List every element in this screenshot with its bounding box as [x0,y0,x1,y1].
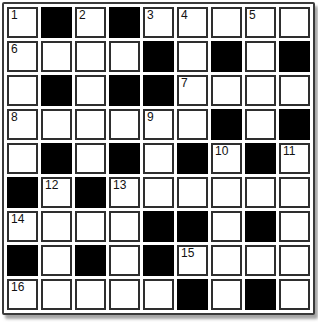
cell-r6c9[interactable] [279,177,310,208]
cell-r6c2[interactable]: 12 [41,177,72,208]
block-cell-r5c8 [245,143,276,174]
cell-r1c6[interactable]: 4 [177,7,208,38]
block-cell-r7c5 [143,211,174,242]
clue-number-12: 12 [45,179,58,192]
clue-number-16: 16 [11,281,24,294]
block-cell-r7c8 [245,211,276,242]
crossword-board-frame: 12345678910111213141516 [2,2,315,315]
block-cell-r2c5 [143,41,174,72]
clue-number-5: 5 [249,9,256,22]
clue-number-3: 3 [147,9,154,22]
cell-r6c5[interactable] [143,177,174,208]
cell-r9c4[interactable] [109,279,140,310]
cell-r1c1[interactable]: 1 [7,7,38,38]
cell-r4c3[interactable] [75,109,106,140]
cell-r8c8[interactable] [245,245,276,276]
cell-r2c6[interactable] [177,41,208,72]
block-cell-r9c6 [177,279,208,310]
clue-number-15: 15 [181,247,194,260]
cell-r1c5[interactable]: 3 [143,7,174,38]
cell-r3c6[interactable]: 7 [177,75,208,106]
cell-r8c4[interactable] [109,245,140,276]
cell-r8c2[interactable] [41,245,72,276]
block-cell-r5c2 [41,143,72,174]
cell-r6c7[interactable] [211,177,242,208]
clue-number-4: 4 [181,9,188,22]
cell-r7c3[interactable] [75,211,106,242]
cell-r2c4[interactable] [109,41,140,72]
clue-number-10: 10 [215,145,228,158]
crossword-page: 12345678910111213141516 [0,0,318,322]
block-cell-r4c7 [211,109,242,140]
cell-r5c7[interactable]: 10 [211,143,242,174]
clue-number-14: 14 [11,213,24,226]
block-cell-r4c9 [279,109,310,140]
cell-r8c9[interactable] [279,245,310,276]
block-cell-r6c1 [7,177,38,208]
block-cell-r7c6 [177,211,208,242]
cell-r4c5[interactable]: 9 [143,109,174,140]
clue-number-9: 9 [147,111,154,124]
cell-r9c1[interactable]: 16 [7,279,38,310]
clue-number-6: 6 [11,43,18,56]
block-cell-r9c8 [245,279,276,310]
cell-r3c8[interactable] [245,75,276,106]
cell-r8c6[interactable]: 15 [177,245,208,276]
cell-r1c9[interactable] [279,7,310,38]
cell-r5c1[interactable] [7,143,38,174]
cell-r6c8[interactable] [245,177,276,208]
block-cell-r5c6 [177,143,208,174]
block-cell-r8c3 [75,245,106,276]
cell-r4c2[interactable] [41,109,72,140]
cell-r2c8[interactable] [245,41,276,72]
cell-r4c8[interactable] [245,109,276,140]
block-cell-r3c2 [41,75,72,106]
cell-r8c7[interactable] [211,245,242,276]
cell-r2c1[interactable]: 6 [7,41,38,72]
block-cell-r8c5 [143,245,174,276]
cell-r7c1[interactable]: 14 [7,211,38,242]
block-cell-r6c3 [75,177,106,208]
cell-r9c9[interactable] [279,279,310,310]
cell-r5c9[interactable]: 11 [279,143,310,174]
clue-number-7: 7 [181,77,188,90]
cell-r6c4[interactable]: 13 [109,177,140,208]
cell-r1c3[interactable]: 2 [75,7,106,38]
block-cell-r2c7 [211,41,242,72]
block-cell-r5c4 [109,143,140,174]
cell-r4c4[interactable] [109,109,140,140]
cell-r1c8[interactable]: 5 [245,7,276,38]
block-cell-r1c2 [41,7,72,38]
block-cell-r2c9 [279,41,310,72]
cell-r3c3[interactable] [75,75,106,106]
block-cell-r8c1 [7,245,38,276]
cell-r5c3[interactable] [75,143,106,174]
clue-number-1: 1 [11,9,18,22]
cell-r3c1[interactable] [7,75,38,106]
cell-r2c2[interactable] [41,41,72,72]
block-cell-r3c5 [143,75,174,106]
cell-r3c7[interactable] [211,75,242,106]
cell-r7c4[interactable] [109,211,140,242]
cell-r6c6[interactable] [177,177,208,208]
crossword-grid: 12345678910111213141516 [7,7,310,310]
clue-number-11: 11 [283,145,295,158]
cell-r9c5[interactable] [143,279,174,310]
block-cell-r3c4 [109,75,140,106]
cell-r7c2[interactable] [41,211,72,242]
clue-number-13: 13 [113,179,126,192]
cell-r5c5[interactable] [143,143,174,174]
cell-r9c2[interactable] [41,279,72,310]
clue-number-2: 2 [79,9,86,22]
cell-r3c9[interactable] [279,75,310,106]
cell-r4c1[interactable]: 8 [7,109,38,140]
cell-r9c3[interactable] [75,279,106,310]
clue-number-8: 8 [11,111,18,124]
block-cell-r1c4 [109,7,140,38]
cell-r1c7[interactable] [211,7,242,38]
cell-r4c6[interactable] [177,109,208,140]
cell-r7c9[interactable] [279,211,310,242]
cell-r7c7[interactable] [211,211,242,242]
cell-r9c7[interactable] [211,279,242,310]
cell-r2c3[interactable] [75,41,106,72]
